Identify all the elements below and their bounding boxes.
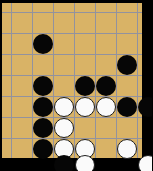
grid-line-horizontal bbox=[2, 75, 152, 77]
grid-line-vertical bbox=[11, 3, 13, 171]
white-stone bbox=[54, 118, 74, 138]
black-stone bbox=[75, 76, 95, 96]
grid-line-horizontal bbox=[2, 117, 152, 119]
black-stone bbox=[33, 76, 53, 96]
go-app-screenshot bbox=[0, 0, 152, 171]
black-stone bbox=[33, 34, 53, 54]
white-stone bbox=[54, 97, 74, 117]
white-stone bbox=[75, 97, 95, 117]
white-stone bbox=[75, 155, 95, 171]
white-stone bbox=[117, 139, 137, 159]
black-stone bbox=[117, 55, 137, 75]
white-stone bbox=[96, 97, 116, 117]
black-stone bbox=[33, 118, 53, 138]
grid-line-horizontal bbox=[2, 33, 152, 35]
grid-line-vertical bbox=[137, 3, 139, 171]
black-stone bbox=[33, 97, 53, 117]
board-border-left bbox=[0, 0, 2, 171]
black-stone bbox=[33, 139, 53, 159]
white-stone bbox=[138, 155, 153, 171]
black-stone bbox=[54, 155, 74, 171]
black-stone bbox=[96, 76, 116, 96]
black-stone bbox=[117, 97, 137, 117]
grid-line-horizontal bbox=[2, 12, 152, 14]
board-mask-right bbox=[142, 0, 152, 171]
black-stone bbox=[138, 97, 153, 117]
board-border-top bbox=[0, 0, 152, 3]
